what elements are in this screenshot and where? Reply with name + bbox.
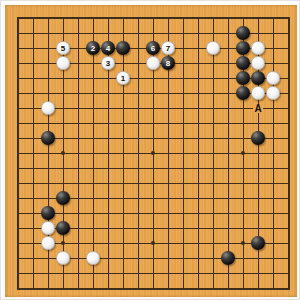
intersection-1-8[interactable] <box>26 131 41 146</box>
intersection-11-2[interactable] <box>176 41 191 56</box>
intersection-13-12[interactable] <box>206 191 221 206</box>
intersection-15-8[interactable] <box>236 131 251 146</box>
intersection-3-4[interactable] <box>56 71 71 86</box>
intersection-7-11[interactable] <box>116 176 131 191</box>
intersection-0-9[interactable] <box>11 146 26 161</box>
intersection-1-1[interactable] <box>26 26 41 41</box>
intersection-18-10[interactable] <box>281 161 296 176</box>
intersection-18-2[interactable] <box>281 41 296 56</box>
intersection-7-14[interactable] <box>116 221 131 236</box>
intersection-0-5[interactable] <box>11 86 26 101</box>
intersection-7-3[interactable] <box>116 56 131 71</box>
intersection-13-7[interactable] <box>206 116 221 131</box>
intersection-18-11[interactable] <box>281 176 296 191</box>
intersection-16-9[interactable] <box>251 146 266 161</box>
intersection-5-9[interactable] <box>86 146 101 161</box>
intersection-6-8[interactable] <box>101 131 116 146</box>
intersection-6-15[interactable] <box>101 236 116 251</box>
intersection-8-3[interactable] <box>131 56 146 71</box>
intersection-8-14[interactable] <box>131 221 146 236</box>
intersection-14-14[interactable] <box>221 221 236 236</box>
intersection-3-13[interactable] <box>56 206 71 221</box>
intersection-10-14[interactable] <box>161 221 176 236</box>
intersection-5-2[interactable]: 2 <box>86 41 101 56</box>
intersection-1-2[interactable] <box>26 41 41 56</box>
intersection-10-3[interactable]: 8 <box>161 56 176 71</box>
intersection-9-9[interactable] <box>146 146 161 161</box>
intersection-7-1[interactable] <box>116 26 131 41</box>
intersection-14-9[interactable] <box>221 146 236 161</box>
intersection-6-14[interactable] <box>101 221 116 236</box>
intersection-12-11[interactable] <box>191 176 206 191</box>
intersection-11-5[interactable] <box>176 86 191 101</box>
intersection-1-14[interactable] <box>26 221 41 236</box>
intersection-2-2[interactable] <box>41 41 56 56</box>
intersection-12-9[interactable] <box>191 146 206 161</box>
intersection-14-12[interactable] <box>221 191 236 206</box>
intersection-16-3[interactable] <box>251 56 266 71</box>
intersection-9-2[interactable]: 6 <box>146 41 161 56</box>
intersection-13-10[interactable] <box>206 161 221 176</box>
intersection-11-14[interactable] <box>176 221 191 236</box>
intersection-15-18[interactable] <box>236 281 251 296</box>
intersection-16-0[interactable] <box>251 11 266 26</box>
intersection-7-0[interactable] <box>116 11 131 26</box>
intersection-12-1[interactable] <box>191 26 206 41</box>
intersection-1-6[interactable] <box>26 101 41 116</box>
intersection-4-13[interactable] <box>71 206 86 221</box>
intersection-0-13[interactable] <box>11 206 26 221</box>
intersection-16-17[interactable] <box>251 266 266 281</box>
intersection-16-1[interactable] <box>251 26 266 41</box>
intersection-17-18[interactable] <box>266 281 281 296</box>
intersection-6-2[interactable]: 4 <box>101 41 116 56</box>
intersection-7-12[interactable] <box>116 191 131 206</box>
intersection-16-8[interactable] <box>251 131 266 146</box>
intersection-15-1[interactable] <box>236 26 251 41</box>
intersection-2-12[interactable] <box>41 191 56 206</box>
intersection-9-6[interactable] <box>146 101 161 116</box>
intersection-3-16[interactable] <box>56 251 71 266</box>
intersection-3-6[interactable] <box>56 101 71 116</box>
intersection-0-0[interactable] <box>11 11 26 26</box>
intersection-18-7[interactable] <box>281 116 296 131</box>
intersection-5-7[interactable] <box>86 116 101 131</box>
intersection-11-1[interactable] <box>176 26 191 41</box>
intersection-6-0[interactable] <box>101 11 116 26</box>
intersection-12-5[interactable] <box>191 86 206 101</box>
intersection-10-18[interactable] <box>161 281 176 296</box>
intersection-14-0[interactable] <box>221 11 236 26</box>
intersection-13-0[interactable] <box>206 11 221 26</box>
intersection-2-10[interactable] <box>41 161 56 176</box>
intersection-4-16[interactable] <box>71 251 86 266</box>
intersection-12-15[interactable] <box>191 236 206 251</box>
intersection-1-4[interactable] <box>26 71 41 86</box>
intersection-18-8[interactable] <box>281 131 296 146</box>
intersection-0-6[interactable] <box>11 101 26 116</box>
intersection-15-9[interactable] <box>236 146 251 161</box>
intersection-6-9[interactable] <box>101 146 116 161</box>
intersection-11-13[interactable] <box>176 206 191 221</box>
intersection-1-13[interactable] <box>26 206 41 221</box>
intersection-2-7[interactable] <box>41 116 56 131</box>
intersection-11-3[interactable] <box>176 56 191 71</box>
intersection-8-12[interactable] <box>131 191 146 206</box>
intersection-0-2[interactable] <box>11 41 26 56</box>
intersection-1-7[interactable] <box>26 116 41 131</box>
intersection-4-10[interactable] <box>71 161 86 176</box>
intersection-2-18[interactable] <box>41 281 56 296</box>
intersection-6-3[interactable]: 3 <box>101 56 116 71</box>
intersection-17-11[interactable] <box>266 176 281 191</box>
intersection-9-3[interactable] <box>146 56 161 71</box>
intersection-16-12[interactable] <box>251 191 266 206</box>
intersection-12-18[interactable] <box>191 281 206 296</box>
intersection-9-5[interactable] <box>146 86 161 101</box>
intersection-10-6[interactable] <box>161 101 176 116</box>
intersection-5-1[interactable] <box>86 26 101 41</box>
intersection-0-10[interactable] <box>11 161 26 176</box>
intersection-16-14[interactable] <box>251 221 266 236</box>
intersection-18-14[interactable] <box>281 221 296 236</box>
intersection-12-7[interactable] <box>191 116 206 131</box>
intersection-7-5[interactable] <box>116 86 131 101</box>
intersection-4-3[interactable] <box>71 56 86 71</box>
intersection-10-17[interactable] <box>161 266 176 281</box>
intersection-11-12[interactable] <box>176 191 191 206</box>
intersection-0-1[interactable] <box>11 26 26 41</box>
intersection-3-11[interactable] <box>56 176 71 191</box>
intersection-13-8[interactable] <box>206 131 221 146</box>
intersection-10-11[interactable] <box>161 176 176 191</box>
intersection-13-17[interactable] <box>206 266 221 281</box>
intersection-8-16[interactable] <box>131 251 146 266</box>
intersection-5-8[interactable] <box>86 131 101 146</box>
intersection-11-15[interactable] <box>176 236 191 251</box>
intersection-2-15[interactable] <box>41 236 56 251</box>
intersection-1-15[interactable] <box>26 236 41 251</box>
intersection-13-14[interactable] <box>206 221 221 236</box>
intersection-4-5[interactable] <box>71 86 86 101</box>
intersection-13-5[interactable] <box>206 86 221 101</box>
intersection-2-4[interactable] <box>41 71 56 86</box>
intersection-7-6[interactable] <box>116 101 131 116</box>
intersection-12-14[interactable] <box>191 221 206 236</box>
intersection-14-2[interactable] <box>221 41 236 56</box>
intersection-16-13[interactable] <box>251 206 266 221</box>
intersection-0-18[interactable] <box>11 281 26 296</box>
intersection-15-16[interactable] <box>236 251 251 266</box>
intersection-18-12[interactable] <box>281 191 296 206</box>
intersection-9-11[interactable] <box>146 176 161 191</box>
intersection-15-13[interactable] <box>236 206 251 221</box>
intersection-18-1[interactable] <box>281 26 296 41</box>
intersection-17-2[interactable] <box>266 41 281 56</box>
intersection-10-1[interactable] <box>161 26 176 41</box>
intersection-3-9[interactable] <box>56 146 71 161</box>
intersection-9-8[interactable] <box>146 131 161 146</box>
intersection-15-4[interactable] <box>236 71 251 86</box>
intersection-13-1[interactable] <box>206 26 221 41</box>
intersection-18-0[interactable] <box>281 11 296 26</box>
intersection-11-10[interactable] <box>176 161 191 176</box>
intersection-0-15[interactable] <box>11 236 26 251</box>
intersection-1-5[interactable] <box>26 86 41 101</box>
intersection-10-9[interactable] <box>161 146 176 161</box>
intersection-7-18[interactable] <box>116 281 131 296</box>
intersection-2-14[interactable] <box>41 221 56 236</box>
intersection-4-14[interactable] <box>71 221 86 236</box>
intersection-2-3[interactable] <box>41 56 56 71</box>
intersection-4-2[interactable] <box>71 41 86 56</box>
intersection-17-16[interactable] <box>266 251 281 266</box>
intersection-18-3[interactable] <box>281 56 296 71</box>
intersection-11-18[interactable] <box>176 281 191 296</box>
intersection-10-4[interactable] <box>161 71 176 86</box>
intersection-15-6[interactable] <box>236 101 251 116</box>
intersection-16-4[interactable] <box>251 71 266 86</box>
intersection-10-10[interactable] <box>161 161 176 176</box>
intersection-2-0[interactable] <box>41 11 56 26</box>
intersection-5-17[interactable] <box>86 266 101 281</box>
intersection-17-10[interactable] <box>266 161 281 176</box>
intersection-18-4[interactable] <box>281 71 296 86</box>
intersection-14-5[interactable] <box>221 86 236 101</box>
intersection-1-17[interactable] <box>26 266 41 281</box>
intersection-8-9[interactable] <box>131 146 146 161</box>
intersection-14-10[interactable] <box>221 161 236 176</box>
intersection-10-2[interactable]: 7 <box>161 41 176 56</box>
intersection-4-9[interactable] <box>71 146 86 161</box>
intersection-13-16[interactable] <box>206 251 221 266</box>
intersection-17-12[interactable] <box>266 191 281 206</box>
intersection-11-16[interactable] <box>176 251 191 266</box>
intersection-14-1[interactable] <box>221 26 236 41</box>
intersection-5-12[interactable] <box>86 191 101 206</box>
intersection-18-18[interactable] <box>281 281 296 296</box>
intersection-6-11[interactable] <box>101 176 116 191</box>
intersection-9-14[interactable] <box>146 221 161 236</box>
intersection-6-7[interactable] <box>101 116 116 131</box>
intersection-4-1[interactable] <box>71 26 86 41</box>
intersection-11-4[interactable] <box>176 71 191 86</box>
intersection-14-15[interactable] <box>221 236 236 251</box>
intersection-17-14[interactable] <box>266 221 281 236</box>
intersection-12-12[interactable] <box>191 191 206 206</box>
intersection-15-2[interactable] <box>236 41 251 56</box>
intersection-8-17[interactable] <box>131 266 146 281</box>
intersection-7-7[interactable] <box>116 116 131 131</box>
intersection-7-8[interactable] <box>116 131 131 146</box>
intersection-1-11[interactable] <box>26 176 41 191</box>
intersection-0-12[interactable] <box>11 191 26 206</box>
intersection-7-9[interactable] <box>116 146 131 161</box>
intersection-8-8[interactable] <box>131 131 146 146</box>
intersection-3-7[interactable] <box>56 116 71 131</box>
intersection-0-8[interactable] <box>11 131 26 146</box>
intersection-10-15[interactable] <box>161 236 176 251</box>
intersection-7-2[interactable] <box>116 41 131 56</box>
intersection-2-16[interactable] <box>41 251 56 266</box>
intersection-12-0[interactable] <box>191 11 206 26</box>
intersection-10-16[interactable] <box>161 251 176 266</box>
intersection-11-0[interactable] <box>176 11 191 26</box>
intersection-3-5[interactable] <box>56 86 71 101</box>
intersection-2-8[interactable] <box>41 131 56 146</box>
intersection-10-8[interactable] <box>161 131 176 146</box>
intersection-5-14[interactable] <box>86 221 101 236</box>
intersection-3-8[interactable] <box>56 131 71 146</box>
intersection-14-13[interactable] <box>221 206 236 221</box>
intersection-14-17[interactable] <box>221 266 236 281</box>
intersection-2-13[interactable] <box>41 206 56 221</box>
intersection-2-6[interactable] <box>41 101 56 116</box>
intersection-16-16[interactable] <box>251 251 266 266</box>
intersection-9-18[interactable] <box>146 281 161 296</box>
intersection-1-18[interactable] <box>26 281 41 296</box>
intersection-17-17[interactable] <box>266 266 281 281</box>
intersection-9-15[interactable] <box>146 236 161 251</box>
intersection-2-17[interactable] <box>41 266 56 281</box>
intersection-8-4[interactable] <box>131 71 146 86</box>
intersection-9-10[interactable] <box>146 161 161 176</box>
intersection-12-6[interactable] <box>191 101 206 116</box>
intersection-9-4[interactable] <box>146 71 161 86</box>
intersection-5-6[interactable] <box>86 101 101 116</box>
intersection-8-15[interactable] <box>131 236 146 251</box>
intersection-18-6[interactable] <box>281 101 296 116</box>
intersection-13-18[interactable] <box>206 281 221 296</box>
intersection-12-17[interactable] <box>191 266 206 281</box>
intersection-8-18[interactable] <box>131 281 146 296</box>
intersection-17-5[interactable] <box>266 86 281 101</box>
intersection-8-2[interactable] <box>131 41 146 56</box>
intersection-17-8[interactable] <box>266 131 281 146</box>
intersection-4-17[interactable] <box>71 266 86 281</box>
intersection-17-1[interactable] <box>266 26 281 41</box>
intersection-3-1[interactable] <box>56 26 71 41</box>
intersection-0-16[interactable] <box>11 251 26 266</box>
intersection-15-17[interactable] <box>236 266 251 281</box>
intersection-13-9[interactable] <box>206 146 221 161</box>
intersection-1-12[interactable] <box>26 191 41 206</box>
intersection-9-16[interactable] <box>146 251 161 266</box>
intersection-14-3[interactable] <box>221 56 236 71</box>
intersection-10-7[interactable] <box>161 116 176 131</box>
intersection-9-1[interactable] <box>146 26 161 41</box>
intersection-7-13[interactable] <box>116 206 131 221</box>
intersection-12-4[interactable] <box>191 71 206 86</box>
intersection-8-13[interactable] <box>131 206 146 221</box>
intersection-15-15[interactable] <box>236 236 251 251</box>
intersection-6-12[interactable] <box>101 191 116 206</box>
intersection-14-6[interactable] <box>221 101 236 116</box>
intersection-10-5[interactable] <box>161 86 176 101</box>
intersection-16-10[interactable] <box>251 161 266 176</box>
intersection-0-3[interactable] <box>11 56 26 71</box>
intersection-3-2[interactable]: 5 <box>56 41 71 56</box>
intersection-14-18[interactable] <box>221 281 236 296</box>
intersection-1-0[interactable] <box>26 11 41 26</box>
intersection-1-16[interactable] <box>26 251 41 266</box>
intersection-5-16[interactable] <box>86 251 101 266</box>
intersection-12-3[interactable] <box>191 56 206 71</box>
intersection-4-8[interactable] <box>71 131 86 146</box>
intersection-5-3[interactable] <box>86 56 101 71</box>
intersection-16-6[interactable]: A <box>251 101 266 116</box>
intersection-18-16[interactable] <box>281 251 296 266</box>
intersection-5-5[interactable] <box>86 86 101 101</box>
intersection-4-6[interactable] <box>71 101 86 116</box>
intersection-18-15[interactable] <box>281 236 296 251</box>
intersection-1-9[interactable] <box>26 146 41 161</box>
intersection-12-2[interactable] <box>191 41 206 56</box>
intersection-17-13[interactable] <box>266 206 281 221</box>
intersection-8-7[interactable] <box>131 116 146 131</box>
intersection-10-13[interactable] <box>161 206 176 221</box>
intersection-8-0[interactable] <box>131 11 146 26</box>
intersection-17-3[interactable] <box>266 56 281 71</box>
intersection-14-16[interactable] <box>221 251 236 266</box>
intersection-0-14[interactable] <box>11 221 26 236</box>
intersection-8-10[interactable] <box>131 161 146 176</box>
intersection-16-18[interactable] <box>251 281 266 296</box>
intersection-18-9[interactable] <box>281 146 296 161</box>
intersection-2-11[interactable] <box>41 176 56 191</box>
intersection-11-11[interactable] <box>176 176 191 191</box>
intersection-11-9[interactable] <box>176 146 191 161</box>
intersection-18-13[interactable] <box>281 206 296 221</box>
intersection-13-2[interactable] <box>206 41 221 56</box>
intersection-11-17[interactable] <box>176 266 191 281</box>
intersection-15-0[interactable] <box>236 11 251 26</box>
intersection-6-13[interactable] <box>101 206 116 221</box>
intersection-5-4[interactable] <box>86 71 101 86</box>
intersection-13-3[interactable] <box>206 56 221 71</box>
intersection-0-4[interactable] <box>11 71 26 86</box>
intersection-15-7[interactable] <box>236 116 251 131</box>
intersection-5-18[interactable] <box>86 281 101 296</box>
intersection-9-17[interactable] <box>146 266 161 281</box>
intersection-5-11[interactable] <box>86 176 101 191</box>
intersection-11-6[interactable] <box>176 101 191 116</box>
intersection-14-4[interactable] <box>221 71 236 86</box>
intersection-0-11[interactable] <box>11 176 26 191</box>
intersection-1-3[interactable] <box>26 56 41 71</box>
intersection-6-5[interactable] <box>101 86 116 101</box>
intersection-13-4[interactable] <box>206 71 221 86</box>
intersection-9-7[interactable] <box>146 116 161 131</box>
intersection-18-17[interactable] <box>281 266 296 281</box>
intersection-8-5[interactable] <box>131 86 146 101</box>
intersection-16-5[interactable] <box>251 86 266 101</box>
intersection-16-11[interactable] <box>251 176 266 191</box>
intersection-0-17[interactable] <box>11 266 26 281</box>
intersection-8-1[interactable] <box>131 26 146 41</box>
intersection-6-4[interactable] <box>101 71 116 86</box>
intersection-14-8[interactable] <box>221 131 236 146</box>
intersection-4-18[interactable] <box>71 281 86 296</box>
intersection-7-17[interactable] <box>116 266 131 281</box>
intersection-1-10[interactable] <box>26 161 41 176</box>
intersection-6-1[interactable] <box>101 26 116 41</box>
intersection-15-12[interactable] <box>236 191 251 206</box>
intersection-17-15[interactable] <box>266 236 281 251</box>
intersection-3-0[interactable] <box>56 11 71 26</box>
intersection-4-11[interactable] <box>71 176 86 191</box>
intersection-6-10[interactable] <box>101 161 116 176</box>
